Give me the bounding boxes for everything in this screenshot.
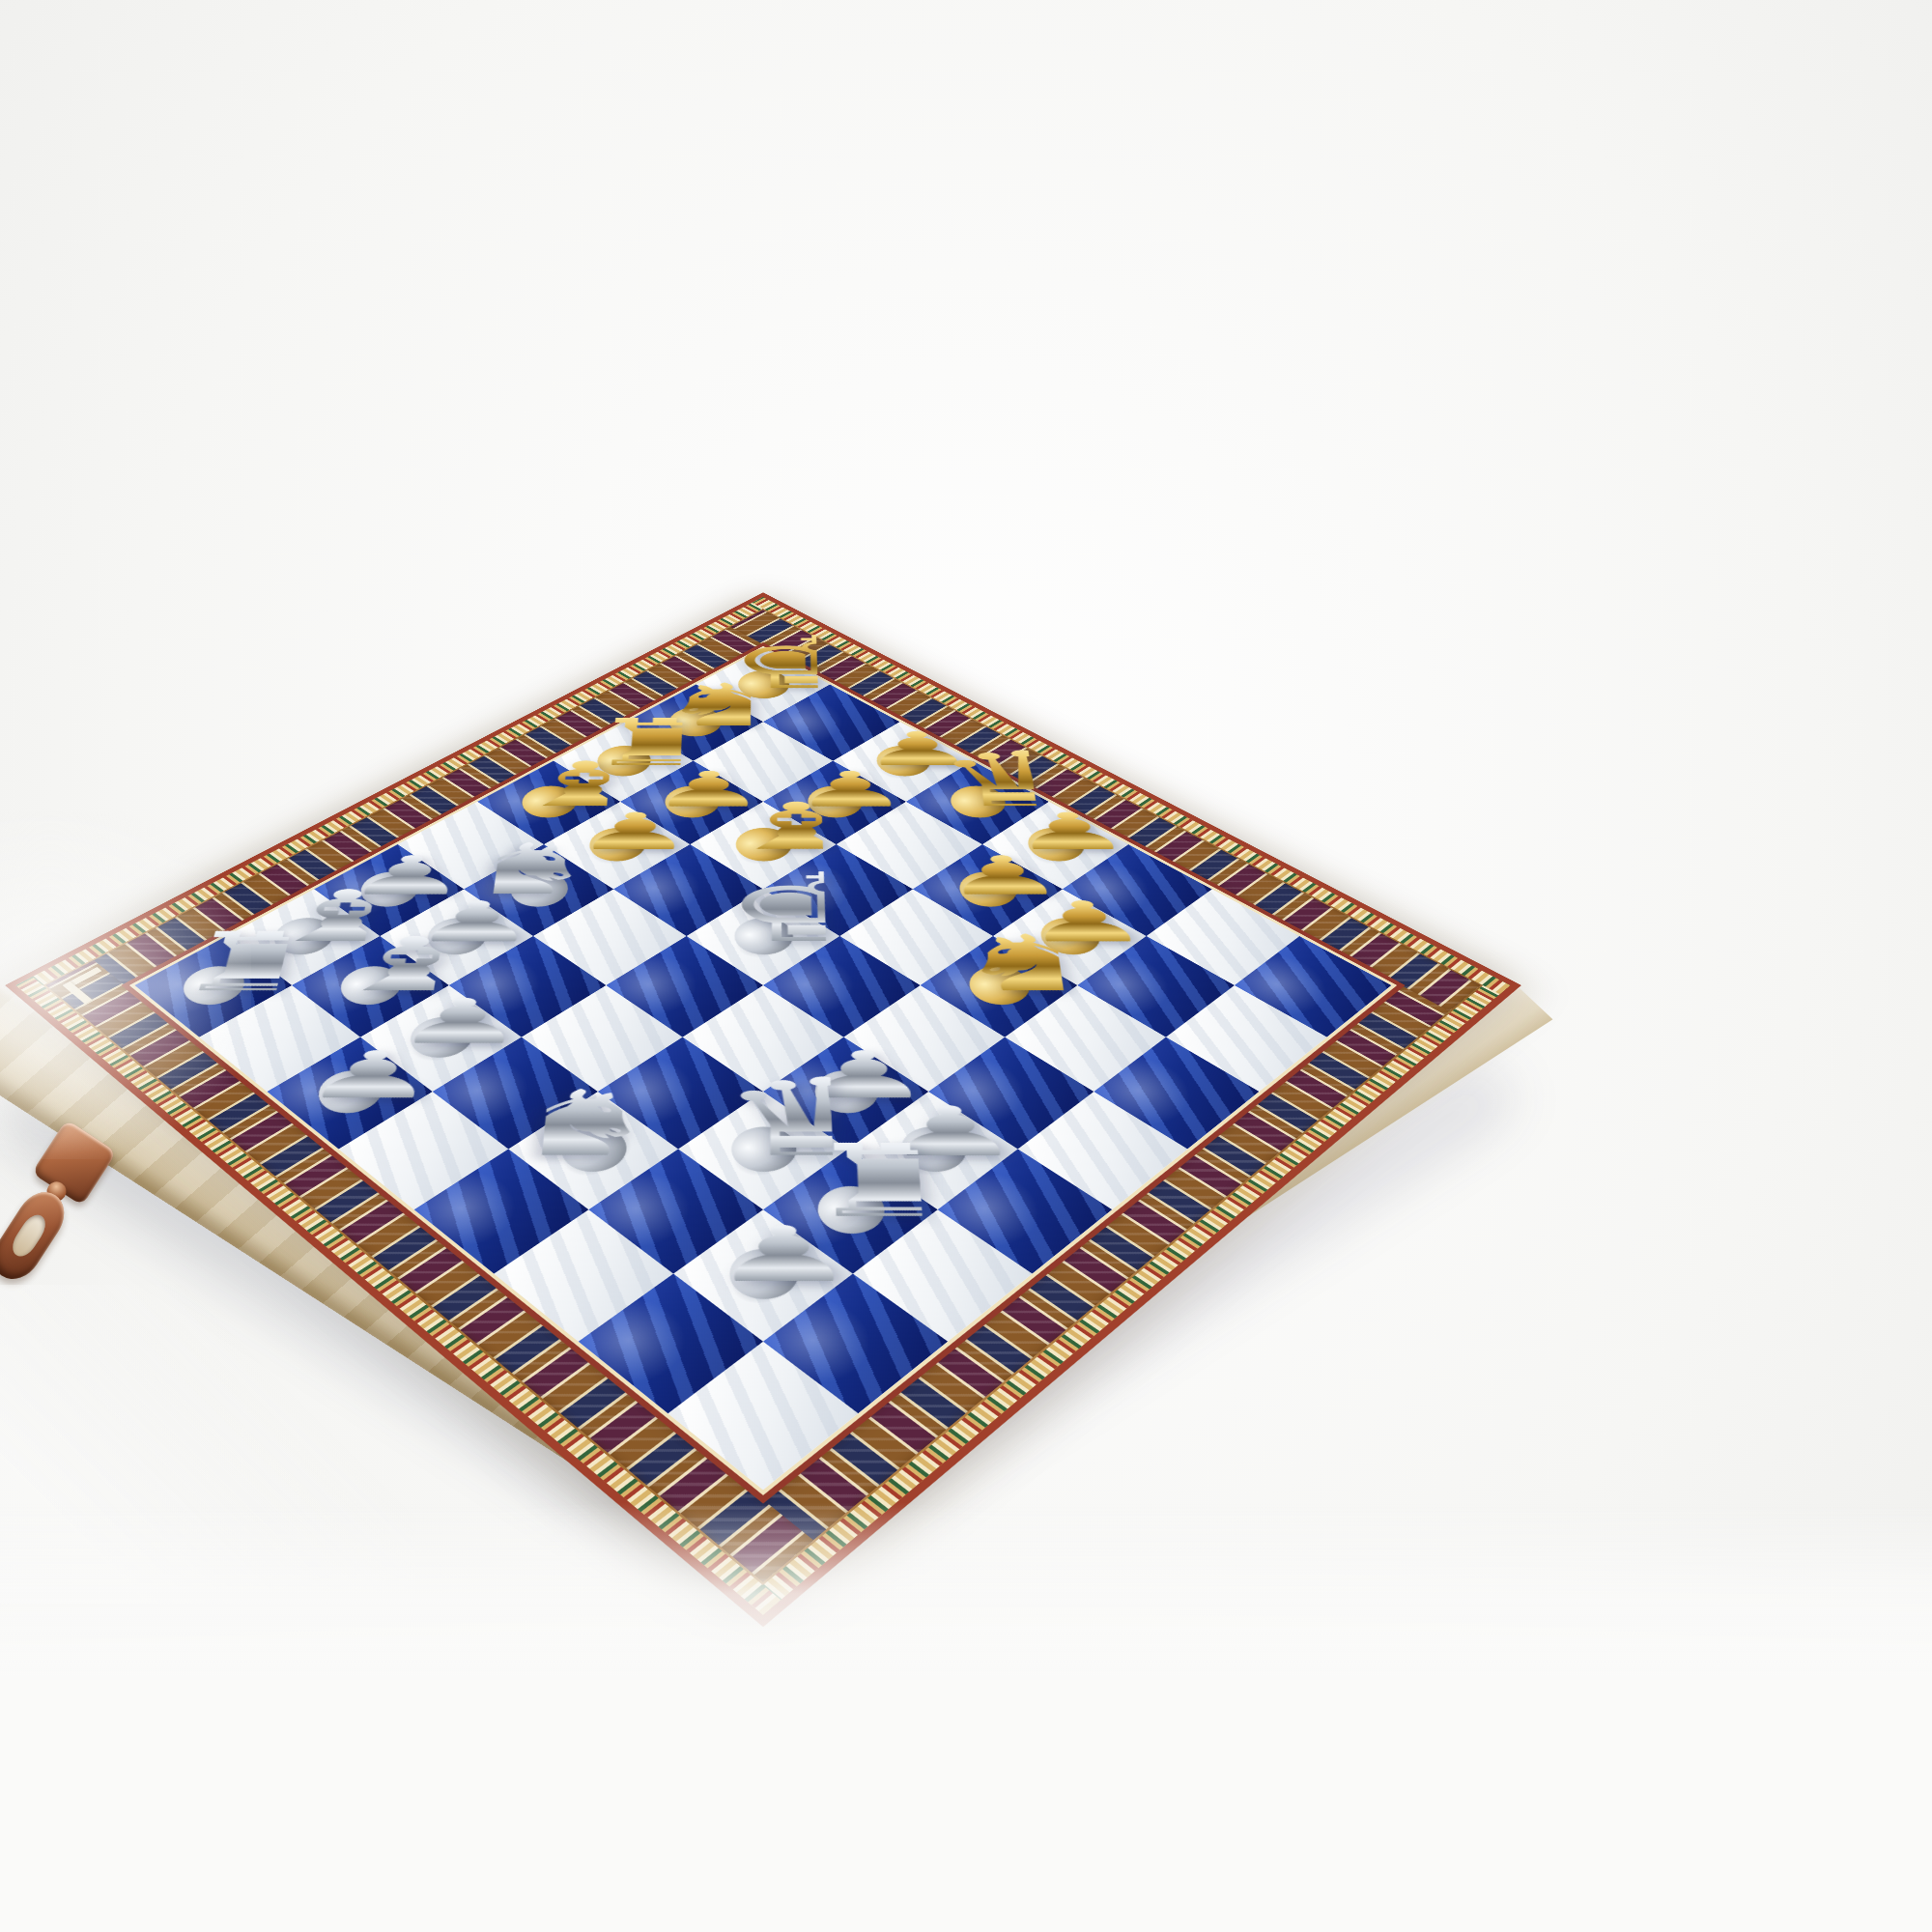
square-b1[interactable]	[763, 1274, 948, 1414]
square-c1[interactable]	[853, 1209, 1033, 1342]
silver-knight-b4[interactable]: ♞	[540, 1078, 666, 1169]
square-c3[interactable]	[678, 1092, 848, 1209]
square-f2[interactable]	[1005, 985, 1166, 1092]
square-b3[interactable]	[588, 1149, 763, 1273]
square-e1[interactable]	[1018, 1092, 1188, 1209]
square-c4[interactable]	[598, 1037, 763, 1150]
square-b4[interactable]	[508, 1092, 678, 1209]
silver-queen-base-shadow	[678, 1092, 848, 1209]
silver-pawn-a6[interactable]: ♟	[298, 1042, 426, 1108]
mosaic-board-frame: ♚♞♜♟♝♟♟♛♟♝♟♟♞♟♝♟♚♟♜♝♞♟♟♟♞♛♟♜♟	[5, 592, 1521, 1627]
chessboard: ♚♞♜♟♝♟♟♛♟♝♟♟♞♟♝♟♚♟♜♝♞♟♟♟♞♛♟♜♟	[134, 648, 1391, 1490]
overexposed-light-bottom	[0, 1502, 1932, 1932]
chessboard-perspective-wrap: ♚♞♜♟♝♟♟♛♟♝♟♟♞♟♝♟♚♟♜♝♞♟♟♟♞♛♟♜♟	[5, 592, 1521, 1627]
silver-knight-base-shadow	[508, 1092, 678, 1209]
silver-rook-c2[interactable]: ♜	[797, 1131, 923, 1232]
square-d3[interactable]	[763, 1037, 928, 1150]
silver-rook-a8[interactable]: ♜	[161, 922, 293, 1004]
square-b5[interactable]	[433, 1037, 598, 1150]
silver-pawn-base-shadow	[848, 1092, 1018, 1209]
silver-pawn-base-shadow	[673, 1209, 853, 1342]
square-d2[interactable]	[848, 1092, 1018, 1209]
square-b2[interactable]	[673, 1209, 853, 1342]
square-c2[interactable]	[763, 1149, 938, 1273]
silver-pawn-d2[interactable]: ♟	[880, 1097, 1005, 1166]
silver-pawn-b2[interactable]: ♟	[709, 1216, 837, 1293]
silver-queen-c3[interactable]: ♛	[712, 1065, 834, 1173]
gold-knight-f3[interactable]: ♞	[946, 924, 1065, 1003]
photo-scene: ♚♞♜♟♝♟♟♛♟♝♟♟♞♟♝♟♚♟♜♝♞♟♟♟♞♛♟♜♟	[0, 0, 1932, 1932]
square-e2[interactable]	[928, 1037, 1094, 1150]
silver-pawn-base-shadow	[763, 1037, 928, 1150]
silver-rook-base-shadow	[763, 1149, 938, 1273]
